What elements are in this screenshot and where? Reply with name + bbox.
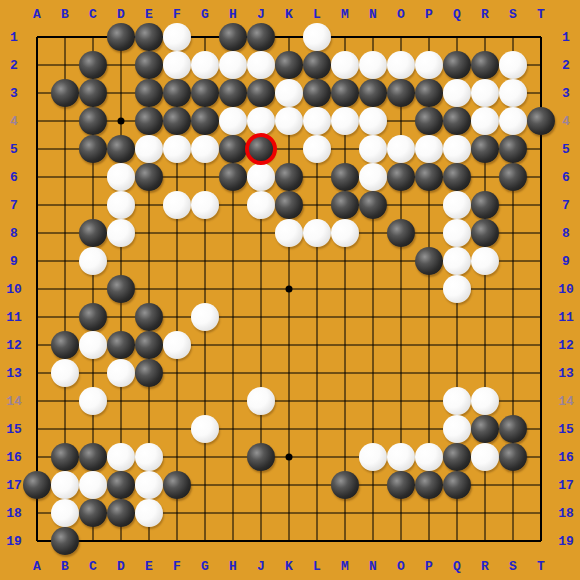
black-stone — [443, 163, 471, 191]
white-stone — [443, 415, 471, 443]
black-stone — [163, 107, 191, 135]
col-label-top-P: P — [425, 8, 433, 21]
col-label-top-T: T — [537, 8, 545, 21]
row-label-right-14: 14 — [558, 395, 574, 408]
col-label-top-K: K — [285, 8, 293, 21]
row-label-right-3: 3 — [562, 87, 570, 100]
col-label-top-A: A — [33, 8, 41, 21]
white-stone — [79, 471, 107, 499]
row-label-right-19: 19 — [558, 535, 574, 548]
white-stone — [303, 107, 331, 135]
white-stone — [163, 191, 191, 219]
row-label-right-1: 1 — [562, 31, 570, 44]
black-stone — [219, 23, 247, 51]
black-stone — [387, 219, 415, 247]
white-stone — [51, 359, 79, 387]
white-stone — [51, 499, 79, 527]
row-label-left-14: 14 — [6, 395, 22, 408]
black-stone — [135, 163, 163, 191]
white-stone — [471, 443, 499, 471]
col-label-bottom-C: C — [89, 560, 97, 573]
white-stone — [163, 135, 191, 163]
white-stone — [135, 471, 163, 499]
row-label-left-7: 7 — [10, 199, 18, 212]
row-label-right-16: 16 — [558, 451, 574, 464]
black-stone — [79, 219, 107, 247]
row-label-left-17: 17 — [6, 479, 22, 492]
col-label-bottom-T: T — [537, 560, 545, 573]
black-stone — [527, 107, 555, 135]
white-stone — [303, 23, 331, 51]
white-stone — [135, 443, 163, 471]
row-label-left-5: 5 — [10, 143, 18, 156]
white-stone — [443, 247, 471, 275]
row-label-left-8: 8 — [10, 227, 18, 240]
col-label-bottom-P: P — [425, 560, 433, 573]
white-stone — [275, 219, 303, 247]
black-stone — [303, 51, 331, 79]
black-stone — [359, 79, 387, 107]
col-label-bottom-E: E — [145, 560, 153, 573]
black-stone — [135, 107, 163, 135]
col-label-bottom-N: N — [369, 560, 377, 573]
white-stone — [499, 51, 527, 79]
black-stone — [191, 107, 219, 135]
white-stone — [247, 51, 275, 79]
white-stone — [359, 51, 387, 79]
black-stone — [135, 23, 163, 51]
black-stone — [247, 443, 275, 471]
row-label-left-13: 13 — [6, 367, 22, 380]
black-stone — [219, 79, 247, 107]
white-stone — [191, 415, 219, 443]
go-board[interactable]: AABBCCDDEEFFGGHHJJKKLLMMNNOOPPQQRRSSTT11… — [0, 0, 580, 580]
white-stone — [471, 247, 499, 275]
col-label-top-H: H — [229, 8, 237, 21]
row-label-left-4: 4 — [10, 115, 18, 128]
black-stone — [107, 275, 135, 303]
black-stone — [79, 107, 107, 135]
white-stone — [415, 443, 443, 471]
col-label-bottom-O: O — [397, 560, 405, 573]
black-stone — [387, 471, 415, 499]
col-label-bottom-S: S — [509, 560, 517, 573]
white-stone — [303, 135, 331, 163]
white-stone — [359, 443, 387, 471]
black-stone — [415, 107, 443, 135]
white-stone — [359, 163, 387, 191]
black-stone — [107, 499, 135, 527]
white-stone — [79, 247, 107, 275]
black-stone — [275, 51, 303, 79]
black-stone — [443, 471, 471, 499]
row-label-left-9: 9 — [10, 255, 18, 268]
row-label-right-13: 13 — [558, 367, 574, 380]
black-stone — [499, 415, 527, 443]
black-stone — [331, 79, 359, 107]
col-label-bottom-L: L — [313, 560, 321, 573]
black-stone — [79, 51, 107, 79]
col-label-top-S: S — [509, 8, 517, 21]
col-label-bottom-F: F — [173, 560, 181, 573]
row-label-left-12: 12 — [6, 339, 22, 352]
white-stone — [107, 191, 135, 219]
black-stone — [303, 79, 331, 107]
row-label-right-8: 8 — [562, 227, 570, 240]
white-stone — [247, 163, 275, 191]
black-stone — [471, 135, 499, 163]
col-label-top-M: M — [341, 8, 349, 21]
white-stone — [107, 359, 135, 387]
col-label-bottom-Q: Q — [453, 560, 461, 573]
white-stone — [107, 163, 135, 191]
white-stone — [275, 79, 303, 107]
col-label-bottom-R: R — [481, 560, 489, 573]
black-stone — [471, 51, 499, 79]
col-label-top-E: E — [145, 8, 153, 21]
black-stone — [471, 191, 499, 219]
row-label-right-6: 6 — [562, 171, 570, 184]
row-label-left-15: 15 — [6, 423, 22, 436]
row-label-right-11: 11 — [558, 311, 574, 324]
black-stone — [415, 471, 443, 499]
black-stone — [359, 191, 387, 219]
white-stone — [135, 135, 163, 163]
white-stone — [443, 135, 471, 163]
black-stone — [415, 163, 443, 191]
white-stone — [471, 387, 499, 415]
row-label-right-12: 12 — [558, 339, 574, 352]
row-label-left-6: 6 — [10, 171, 18, 184]
row-label-right-10: 10 — [558, 283, 574, 296]
last-move-marker — [245, 133, 277, 165]
black-stone — [51, 443, 79, 471]
black-stone — [79, 499, 107, 527]
white-stone — [107, 219, 135, 247]
black-stone — [135, 79, 163, 107]
black-stone — [135, 359, 163, 387]
row-label-left-19: 19 — [6, 535, 22, 548]
white-stone — [107, 443, 135, 471]
white-stone — [443, 275, 471, 303]
white-stone — [135, 499, 163, 527]
black-stone — [471, 219, 499, 247]
col-label-top-C: C — [89, 8, 97, 21]
black-stone — [107, 135, 135, 163]
black-stone — [415, 247, 443, 275]
row-label-right-15: 15 — [558, 423, 574, 436]
black-stone — [387, 163, 415, 191]
white-stone — [443, 79, 471, 107]
black-stone — [107, 23, 135, 51]
black-stone — [135, 51, 163, 79]
star-point-K10 — [286, 286, 293, 293]
white-stone — [387, 135, 415, 163]
col-label-bottom-B: B — [61, 560, 69, 573]
col-label-top-D: D — [117, 8, 125, 21]
col-label-top-Q: Q — [453, 8, 461, 21]
black-stone — [79, 443, 107, 471]
black-stone — [107, 331, 135, 359]
black-stone — [163, 471, 191, 499]
black-stone — [275, 163, 303, 191]
star-point-K16 — [286, 454, 293, 461]
row-label-right-5: 5 — [562, 143, 570, 156]
black-stone — [247, 23, 275, 51]
row-label-right-4: 4 — [562, 115, 570, 128]
row-label-left-18: 18 — [6, 507, 22, 520]
black-stone — [51, 331, 79, 359]
col-label-top-F: F — [173, 8, 181, 21]
col-label-bottom-D: D — [117, 560, 125, 573]
white-stone — [219, 107, 247, 135]
white-stone — [51, 471, 79, 499]
row-label-left-1: 1 — [10, 31, 18, 44]
col-label-bottom-K: K — [285, 560, 293, 573]
black-stone — [443, 107, 471, 135]
star-point-D4 — [118, 118, 125, 125]
black-stone — [135, 331, 163, 359]
white-stone — [415, 51, 443, 79]
col-label-bottom-A: A — [33, 560, 41, 573]
white-stone — [443, 191, 471, 219]
white-stone — [79, 387, 107, 415]
white-stone — [499, 107, 527, 135]
white-stone — [443, 219, 471, 247]
white-stone — [415, 135, 443, 163]
white-stone — [247, 107, 275, 135]
black-stone — [219, 135, 247, 163]
black-stone — [79, 135, 107, 163]
white-stone — [191, 191, 219, 219]
white-stone — [471, 107, 499, 135]
black-stone — [79, 79, 107, 107]
white-stone — [163, 331, 191, 359]
col-label-bottom-M: M — [341, 560, 349, 573]
row-label-left-10: 10 — [6, 283, 22, 296]
black-stone — [387, 79, 415, 107]
white-stone — [499, 79, 527, 107]
black-stone — [79, 303, 107, 331]
black-stone — [331, 163, 359, 191]
white-stone — [471, 79, 499, 107]
row-label-right-9: 9 — [562, 255, 570, 268]
col-label-bottom-J: J — [257, 560, 265, 573]
black-stone — [499, 443, 527, 471]
white-stone — [275, 107, 303, 135]
col-label-bottom-H: H — [229, 560, 237, 573]
col-label-top-R: R — [481, 8, 489, 21]
black-stone — [275, 191, 303, 219]
black-stone — [499, 163, 527, 191]
col-label-top-L: L — [313, 8, 321, 21]
black-stone — [107, 471, 135, 499]
white-stone — [359, 135, 387, 163]
white-stone — [387, 443, 415, 471]
black-stone — [443, 51, 471, 79]
black-stone — [23, 471, 51, 499]
col-label-top-N: N — [369, 8, 377, 21]
white-stone — [387, 51, 415, 79]
white-stone — [191, 51, 219, 79]
black-stone — [415, 79, 443, 107]
white-stone — [359, 107, 387, 135]
white-stone — [331, 51, 359, 79]
row-label-left-11: 11 — [6, 311, 22, 324]
black-stone — [443, 443, 471, 471]
black-stone — [219, 163, 247, 191]
white-stone — [331, 219, 359, 247]
col-label-top-G: G — [201, 8, 209, 21]
black-stone — [51, 79, 79, 107]
black-stone — [331, 471, 359, 499]
white-stone — [331, 107, 359, 135]
black-stone — [331, 191, 359, 219]
black-stone — [247, 79, 275, 107]
black-stone — [51, 527, 79, 555]
black-stone — [191, 79, 219, 107]
row-label-left-2: 2 — [10, 59, 18, 72]
black-stone — [163, 79, 191, 107]
white-stone — [443, 387, 471, 415]
row-label-right-17: 17 — [558, 479, 574, 492]
white-stone — [191, 135, 219, 163]
row-label-right-18: 18 — [558, 507, 574, 520]
row-label-left-16: 16 — [6, 451, 22, 464]
black-stone — [471, 415, 499, 443]
row-label-left-3: 3 — [10, 87, 18, 100]
col-label-top-O: O — [397, 8, 405, 21]
white-stone — [303, 219, 331, 247]
white-stone — [163, 23, 191, 51]
black-stone — [499, 135, 527, 163]
white-stone — [219, 51, 247, 79]
white-stone — [247, 387, 275, 415]
white-stone — [191, 303, 219, 331]
col-label-bottom-G: G — [201, 560, 209, 573]
white-stone — [79, 331, 107, 359]
row-label-right-2: 2 — [562, 59, 570, 72]
row-label-right-7: 7 — [562, 199, 570, 212]
col-label-top-B: B — [61, 8, 69, 21]
col-label-top-J: J — [257, 8, 265, 21]
black-stone — [135, 303, 163, 331]
white-stone — [247, 191, 275, 219]
white-stone — [163, 51, 191, 79]
